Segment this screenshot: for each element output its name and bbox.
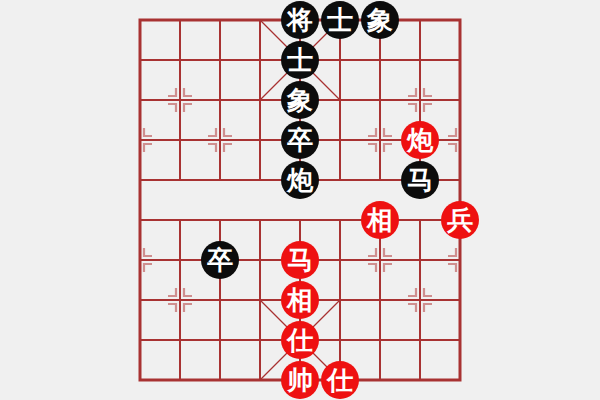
- piece-black-elephant[interactable]: 象: [281, 81, 319, 119]
- intersection-c1r6: [160, 240, 200, 280]
- intersection-c3r9: [240, 360, 280, 400]
- intersection-c5r2: [320, 80, 360, 120]
- intersection-c4r4[interactable]: 炮: [280, 160, 320, 200]
- intersection-c0r0: [120, 0, 160, 40]
- piece-black-soldier[interactable]: 卒: [201, 241, 239, 279]
- piece-red-elephant[interactable]: 相: [281, 281, 319, 319]
- intersection-c1r1: [160, 40, 200, 80]
- piece-red-advisor[interactable]: 仕: [281, 321, 319, 359]
- intersection-c7r0: [400, 0, 440, 40]
- intersection-c6r5[interactable]: 相: [360, 200, 400, 240]
- intersection-c6r9: [360, 360, 400, 400]
- intersection-c8r2: [440, 80, 480, 120]
- intersection-c2r3: [200, 120, 240, 160]
- intersection-c1r4: [160, 160, 200, 200]
- intersection-c7r9: [400, 360, 440, 400]
- intersection-c6r0[interactable]: 象: [360, 0, 400, 40]
- intersection-c4r3[interactable]: 卒: [280, 120, 320, 160]
- intersection-c2r4: [200, 160, 240, 200]
- intersection-c4r8[interactable]: 仕: [280, 320, 320, 360]
- intersection-c3r4: [240, 160, 280, 200]
- intersection-c5r1: [320, 40, 360, 80]
- intersection-c3r0: [240, 0, 280, 40]
- piece-red-advisor[interactable]: 仕: [321, 361, 359, 399]
- intersection-c2r8: [200, 320, 240, 360]
- intersection-c4r2[interactable]: 象: [280, 80, 320, 120]
- intersection-c8r7: [440, 280, 480, 320]
- intersection-c1r7: [160, 280, 200, 320]
- intersection-c0r3: [120, 120, 160, 160]
- piece-red-soldier[interactable]: 兵: [441, 201, 479, 239]
- intersection-c1r5: [160, 200, 200, 240]
- piece-red-horse[interactable]: 马: [281, 241, 319, 279]
- board-intersections: 将士象士象卒炮炮马相兵卒马相仕帅仕: [120, 0, 480, 400]
- intersection-c1r3: [160, 120, 200, 160]
- intersection-c5r4: [320, 160, 360, 200]
- intersection-c6r4: [360, 160, 400, 200]
- intersection-c5r3: [320, 120, 360, 160]
- intersection-c1r0: [160, 0, 200, 40]
- intersection-c6r7: [360, 280, 400, 320]
- xiangqi-board-screenshot: 将士象士象卒炮炮马相兵卒马相仕帅仕: [0, 0, 600, 400]
- piece-black-soldier[interactable]: 卒: [281, 121, 319, 159]
- intersection-c8r3: [440, 120, 480, 160]
- intersection-c8r6: [440, 240, 480, 280]
- intersection-c2r5: [200, 200, 240, 240]
- intersection-c4r7[interactable]: 相: [280, 280, 320, 320]
- intersection-c8r1: [440, 40, 480, 80]
- intersection-c6r3: [360, 120, 400, 160]
- intersection-c3r5: [240, 200, 280, 240]
- intersection-c2r2: [200, 80, 240, 120]
- intersection-c0r6: [120, 240, 160, 280]
- piece-black-horse[interactable]: 马: [401, 161, 439, 199]
- intersection-c7r2: [400, 80, 440, 120]
- intersection-c6r6: [360, 240, 400, 280]
- intersection-c8r4: [440, 160, 480, 200]
- intersection-c6r1: [360, 40, 400, 80]
- intersection-c0r9: [120, 360, 160, 400]
- piece-black-cannon[interactable]: 炮: [281, 161, 319, 199]
- intersection-c7r1: [400, 40, 440, 80]
- intersection-c4r6[interactable]: 马: [280, 240, 320, 280]
- intersection-c0r2: [120, 80, 160, 120]
- intersection-c7r6: [400, 240, 440, 280]
- intersection-c8r9: [440, 360, 480, 400]
- intersection-c3r3: [240, 120, 280, 160]
- intersection-c6r8: [360, 320, 400, 360]
- piece-red-elephant[interactable]: 相: [361, 201, 399, 239]
- intersection-c4r9[interactable]: 帅: [280, 360, 320, 400]
- intersection-c2r6[interactable]: 卒: [200, 240, 240, 280]
- intersection-c7r7: [400, 280, 440, 320]
- intersection-c5r6: [320, 240, 360, 280]
- intersection-c7r5: [400, 200, 440, 240]
- intersection-c5r8: [320, 320, 360, 360]
- intersection-c3r6: [240, 240, 280, 280]
- intersection-c5r5: [320, 200, 360, 240]
- piece-red-king[interactable]: 帅: [281, 361, 319, 399]
- intersection-c5r9[interactable]: 仕: [320, 360, 360, 400]
- intersection-c8r0: [440, 0, 480, 40]
- intersection-c0r1: [120, 40, 160, 80]
- intersection-c8r5[interactable]: 兵: [440, 200, 480, 240]
- piece-red-cannon[interactable]: 炮: [401, 121, 439, 159]
- intersection-c1r8: [160, 320, 200, 360]
- intersection-c4r1[interactable]: 士: [280, 40, 320, 80]
- intersection-c2r7: [200, 280, 240, 320]
- intersection-c2r9: [200, 360, 240, 400]
- intersection-c3r2: [240, 80, 280, 120]
- intersection-c7r4[interactable]: 马: [400, 160, 440, 200]
- intersection-c5r7: [320, 280, 360, 320]
- piece-black-general[interactable]: 将: [281, 1, 319, 39]
- intersection-c0r8: [120, 320, 160, 360]
- intersection-c2r0: [200, 0, 240, 40]
- piece-black-advisor[interactable]: 士: [281, 41, 319, 79]
- intersection-c7r3[interactable]: 炮: [400, 120, 440, 160]
- piece-black-advisor[interactable]: 士: [321, 1, 359, 39]
- intersection-c0r5: [120, 200, 160, 240]
- intersection-c3r8: [240, 320, 280, 360]
- intersection-c6r2: [360, 80, 400, 120]
- intersection-c2r1: [200, 40, 240, 80]
- intersection-c8r8: [440, 320, 480, 360]
- intersection-c5r0[interactable]: 士: [320, 0, 360, 40]
- intersection-c0r7: [120, 280, 160, 320]
- intersection-c3r7: [240, 280, 280, 320]
- piece-black-elephant[interactable]: 象: [361, 1, 399, 39]
- intersection-c4r0[interactable]: 将: [280, 0, 320, 40]
- intersection-c1r2: [160, 80, 200, 120]
- intersection-c1r9: [160, 360, 200, 400]
- intersection-c4r5: [280, 200, 320, 240]
- intersection-c3r1: [240, 40, 280, 80]
- intersection-c0r4: [120, 160, 160, 200]
- intersection-c7r8: [400, 320, 440, 360]
